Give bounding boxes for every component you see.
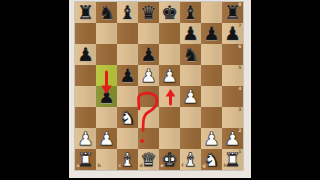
square-e2[interactable] — [159, 128, 180, 149]
black-bishop-c8: ♝ — [117, 2, 138, 23]
square-e3[interactable] — [159, 107, 180, 128]
rank-label-3: 3 — [238, 108, 241, 113]
white-pawn-b2: ♟ — [96, 128, 117, 149]
square-f1[interactable]: ♝f — [180, 149, 201, 170]
square-g8[interactable] — [201, 2, 222, 23]
square-e4[interactable] — [159, 86, 180, 107]
black-knight-b8: ♞ — [96, 2, 117, 23]
black-rook-a8: ♜ — [75, 2, 96, 23]
square-h3[interactable]: 3 — [222, 107, 243, 128]
square-b5[interactable] — [96, 65, 117, 86]
square-f7[interactable]: ♟ — [180, 23, 201, 44]
white-pawn-d5: ♟ — [138, 65, 159, 86]
square-h2[interactable]: ♟2 — [222, 128, 243, 149]
square-h7[interactable]: ♟7 — [222, 23, 243, 44]
square-a4[interactable] — [75, 86, 96, 107]
black-bishop-f8: ♝ — [180, 2, 201, 23]
white-pawn-h2: ♟ — [222, 128, 243, 149]
square-f4[interactable]: ♟ — [180, 86, 201, 107]
square-c1[interactable]: ♝c — [117, 149, 138, 170]
square-d8[interactable]: ♛ — [138, 2, 159, 23]
square-a1[interactable]: ♜a — [75, 149, 96, 170]
rank-label-7: 7 — [238, 24, 241, 29]
black-pawn-f7: ♟ — [180, 23, 201, 44]
white-rook-a1: ♜ — [75, 149, 96, 170]
square-f6[interactable]: ♞ — [180, 44, 201, 65]
square-b8[interactable]: ♞ — [96, 2, 117, 23]
video-frame: ♜♞♝♛♚♝♜8♟♟♟7♟♟♞6♟♟♟5♟♟4♞3♟♟♟♟2♜ab♝c♛d♚e♝… — [0, 0, 320, 180]
rank-label-8: 8 — [238, 3, 241, 8]
rank-label-5: 5 — [238, 66, 241, 71]
square-d4[interactable] — [138, 86, 159, 107]
black-pawn-c5: ♟ — [117, 65, 138, 86]
white-pawn-g2: ♟ — [201, 128, 222, 149]
rank-label-1: 1 — [238, 150, 241, 155]
square-c3[interactable]: ♞ — [117, 107, 138, 128]
black-pawn-g7: ♟ — [201, 23, 222, 44]
square-c8[interactable]: ♝ — [117, 2, 138, 23]
square-e1[interactable]: ♚e — [159, 149, 180, 170]
rank-label-6: 6 — [238, 45, 241, 50]
square-d5[interactable]: ♟ — [138, 65, 159, 86]
chess-board: ♜♞♝♛♚♝♜8♟♟♟7♟♟♞6♟♟♟5♟♟4♞3♟♟♟♟2♜ab♝c♛d♚e♝… — [75, 2, 243, 170]
square-g1[interactable]: ♞g — [201, 149, 222, 170]
white-king-e1: ♚ — [159, 149, 180, 170]
square-d1[interactable]: ♛d — [138, 149, 159, 170]
white-knight-c3: ♞ — [117, 107, 138, 128]
black-king-e8: ♚ — [159, 2, 180, 23]
square-c7[interactable] — [117, 23, 138, 44]
square-h1[interactable]: ♜1h — [222, 149, 243, 170]
black-pawn-h7: ♟ — [222, 23, 243, 44]
square-c2[interactable] — [117, 128, 138, 149]
square-a8[interactable]: ♜ — [75, 2, 96, 23]
square-e8[interactable]: ♚ — [159, 2, 180, 23]
square-g4[interactable] — [201, 86, 222, 107]
rank-label-2: 2 — [238, 129, 241, 134]
square-g7[interactable]: ♟ — [201, 23, 222, 44]
file-label-d: d — [140, 164, 143, 169]
square-d7[interactable] — [138, 23, 159, 44]
white-pawn-a2: ♟ — [75, 128, 96, 149]
black-queen-d8: ♛ — [138, 2, 159, 23]
square-b1[interactable]: b — [96, 149, 117, 170]
rank-label-4: 4 — [238, 87, 241, 92]
square-f8[interactable]: ♝ — [180, 2, 201, 23]
square-e6[interactable] — [159, 44, 180, 65]
file-label-a: a — [77, 164, 80, 169]
black-knight-f6: ♞ — [180, 44, 201, 65]
square-c5[interactable]: ♟ — [117, 65, 138, 86]
square-e7[interactable] — [159, 23, 180, 44]
white-bishop-c1: ♝ — [117, 149, 138, 170]
square-h8[interactable]: ♜8 — [222, 2, 243, 23]
square-a3[interactable] — [75, 107, 96, 128]
square-g3[interactable] — [201, 107, 222, 128]
square-f5[interactable] — [180, 65, 201, 86]
square-c6[interactable] — [117, 44, 138, 65]
square-d2[interactable] — [138, 128, 159, 149]
white-rook-h1: ♜ — [222, 149, 243, 170]
black-pawn-b4: ♟ — [96, 86, 117, 107]
square-b6[interactable] — [96, 44, 117, 65]
square-a7[interactable] — [75, 23, 96, 44]
square-f3[interactable] — [180, 107, 201, 128]
square-a2[interactable]: ♟ — [75, 128, 96, 149]
black-rook-h8: ♜ — [222, 2, 243, 23]
white-pawn-f4: ♟ — [180, 86, 201, 107]
square-h6[interactable]: 6 — [222, 44, 243, 65]
white-bishop-f1: ♝ — [180, 149, 201, 170]
square-g2[interactable]: ♟ — [201, 128, 222, 149]
square-c4[interactable] — [117, 86, 138, 107]
black-pawn-a6: ♟ — [75, 44, 96, 65]
square-f2[interactable] — [180, 128, 201, 149]
black-pawn-d6: ♟ — [138, 44, 159, 65]
square-d3[interactable] — [138, 107, 159, 128]
square-e5[interactable]: ♟ — [159, 65, 180, 86]
white-queen-d1: ♛ — [138, 149, 159, 170]
square-a6[interactable]: ♟ — [75, 44, 96, 65]
square-b4[interactable]: ♟ — [96, 86, 117, 107]
file-label-f: f — [182, 164, 184, 169]
white-pawn-e5: ♟ — [159, 65, 180, 86]
square-h5[interactable]: 5 — [222, 65, 243, 86]
square-b3[interactable] — [96, 107, 117, 128]
square-b7[interactable] — [96, 23, 117, 44]
square-g6[interactable] — [201, 44, 222, 65]
file-label-e: e — [161, 164, 164, 169]
file-label-c: c — [119, 164, 122, 169]
square-h4[interactable]: 4 — [222, 86, 243, 107]
square-g5[interactable] — [201, 65, 222, 86]
file-label-g: g — [203, 164, 206, 169]
square-d6[interactable]: ♟ — [138, 44, 159, 65]
square-b2[interactable]: ♟ — [96, 128, 117, 149]
file-label-b: b — [98, 164, 101, 169]
square-a5[interactable] — [75, 65, 96, 86]
file-label-h: h — [224, 164, 227, 169]
white-knight-g1: ♞ — [201, 149, 222, 170]
